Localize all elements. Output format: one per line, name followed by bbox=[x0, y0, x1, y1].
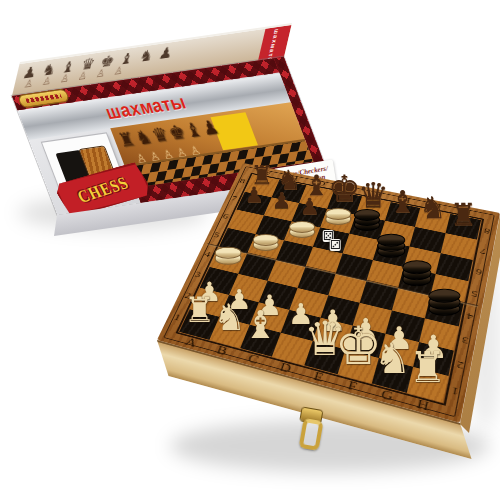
dark-checker-e7-3 bbox=[354, 209, 380, 221]
light-checker-c6-2 bbox=[289, 221, 315, 233]
dark-checker-f6-3 bbox=[377, 234, 405, 247]
chess-ribbon-label: CHESS bbox=[74, 173, 132, 207]
product-photo-scene: ♟♞♝♛♚♝♞♟ ♙♙♙♙♙♙ шахматы шахматы ♜♞♛♚♝♟ ♙… bbox=[0, 0, 500, 500]
light-checker-d7-2 bbox=[325, 208, 351, 220]
die-2: ⚂ bbox=[330, 239, 341, 251]
